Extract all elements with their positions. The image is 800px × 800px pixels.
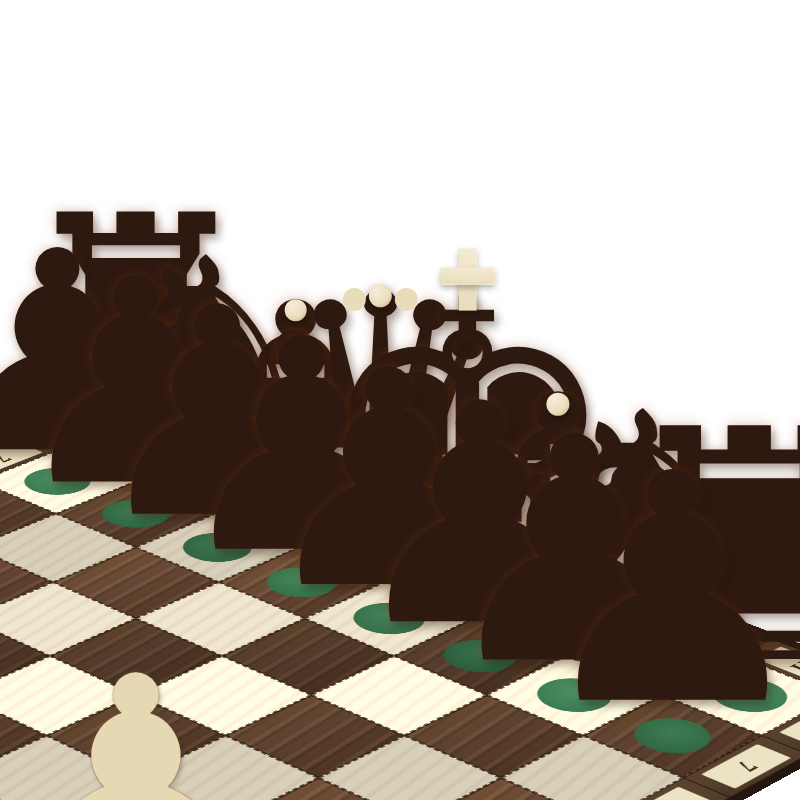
coordinate-label: A	[174, 421, 208, 434]
felt-pad	[90, 432, 182, 469]
coordinate-label: 7	[727, 758, 765, 775]
felt-pad	[88, 494, 183, 533]
felt-pad	[619, 711, 726, 760]
felt-pad	[508, 597, 609, 641]
finial-crown-icon	[369, 284, 392, 307]
coordinate-label: E	[504, 549, 540, 564]
finial-cross-icon	[440, 249, 494, 310]
felt-pad	[248, 494, 343, 533]
felt-pad	[697, 672, 800, 720]
felt-pad	[169, 527, 266, 568]
felt-pad	[168, 462, 262, 500]
finial-ball-icon	[547, 392, 570, 415]
felt-pad	[331, 527, 428, 568]
coordinate-label: B	[253, 452, 287, 466]
product-photo-chess-set: { "game": "chess", "scene_title": "Woode…	[0, 0, 800, 800]
coordinate-label: F	[595, 584, 631, 599]
felt-pad	[601, 633, 704, 679]
felt-pad	[252, 561, 351, 603]
coordinate-label: C	[333, 483, 369, 497]
finial-ball-icon	[285, 299, 307, 321]
coordinate-label: 8	[66, 422, 96, 434]
coordinate-label: G	[686, 620, 726, 637]
coordinate-label: H	[783, 658, 800, 676]
felt-pad	[429, 633, 532, 679]
board-grid: ABCDEFGH8877665544332211ABCDEFGH	[0, 393, 800, 800]
felt-pad	[339, 597, 440, 641]
felt-pad	[11, 462, 105, 500]
felt-pad	[522, 672, 627, 720]
chess-board: ABCDEFGH8877665544332211ABCDEFGH	[0, 388, 800, 800]
coordinate-label: D	[417, 515, 454, 530]
felt-pad	[418, 561, 517, 603]
coordinate-label: 7	[0, 452, 17, 464]
